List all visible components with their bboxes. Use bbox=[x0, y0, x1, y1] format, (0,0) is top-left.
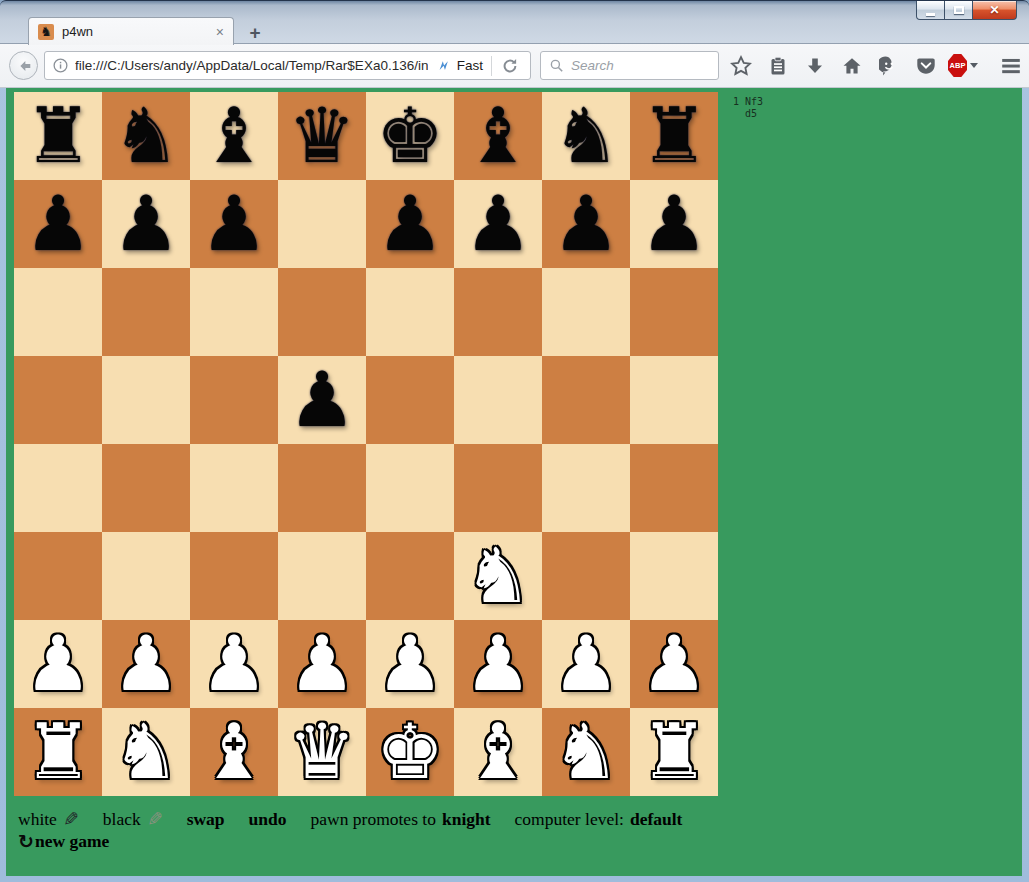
square-a3[interactable] bbox=[14, 532, 102, 620]
square-a2[interactable]: ♟ bbox=[14, 620, 102, 708]
square-c1[interactable]: ♝ bbox=[190, 708, 278, 796]
piece-black-pawn: ♟ bbox=[630, 180, 718, 268]
chess-board: ♜♞♝♛♚♝♞♜♟♟♟♟♟♟♟♟♞♟♟♟♟♟♟♟♟♜♞♝♛♚♝♞♜ bbox=[14, 92, 718, 796]
bookmark-star-button[interactable] bbox=[726, 51, 756, 81]
search-input[interactable] bbox=[571, 58, 710, 73]
square-h8[interactable]: ♜ bbox=[630, 92, 718, 180]
nav-toolbar: Fast ABP bbox=[0, 44, 1029, 88]
square-a7[interactable]: ♟ bbox=[14, 180, 102, 268]
piece-white-bishop: ♝ bbox=[190, 708, 278, 796]
piece-black-pawn: ♟ bbox=[102, 180, 190, 268]
white-label: white bbox=[18, 808, 57, 830]
square-d2[interactable]: ♟ bbox=[278, 620, 366, 708]
back-button[interactable] bbox=[9, 51, 38, 80]
square-f6[interactable] bbox=[454, 268, 542, 356]
fast-button[interactable]: Fast bbox=[428, 58, 491, 74]
square-c7[interactable]: ♟ bbox=[190, 180, 278, 268]
black-player-toggle-icon[interactable]: ✎ bbox=[147, 810, 163, 829]
square-d1[interactable]: ♛ bbox=[278, 708, 366, 796]
square-f2[interactable]: ♟ bbox=[454, 620, 542, 708]
piece-white-knight: ♞ bbox=[454, 532, 542, 620]
hamburger-icon bbox=[1000, 55, 1022, 77]
reload-icon bbox=[501, 57, 519, 75]
piece-black-king: ♚ bbox=[366, 92, 454, 180]
close-button[interactable]: ✕ bbox=[973, 1, 1017, 20]
square-d4[interactable] bbox=[278, 444, 366, 532]
close-icon: ✕ bbox=[989, 3, 999, 17]
download-arrow-icon bbox=[805, 56, 825, 76]
game-controls: white ✎ black ✎ swap undo pawn promotes … bbox=[18, 808, 682, 852]
square-g4[interactable] bbox=[542, 444, 630, 532]
square-d3[interactable] bbox=[278, 532, 366, 620]
tab-title: p4wn bbox=[62, 24, 208, 39]
square-f1[interactable]: ♝ bbox=[454, 708, 542, 796]
lightning-icon bbox=[436, 58, 452, 74]
square-b5[interactable] bbox=[102, 356, 190, 444]
square-b7[interactable]: ♟ bbox=[102, 180, 190, 268]
square-f4[interactable] bbox=[454, 444, 542, 532]
restart-icon[interactable]: ↻ bbox=[18, 830, 34, 852]
square-g8[interactable]: ♞ bbox=[542, 92, 630, 180]
downloads-button[interactable] bbox=[800, 51, 830, 81]
pocket-button[interactable] bbox=[911, 51, 941, 81]
square-f8[interactable]: ♝ bbox=[454, 92, 542, 180]
piece-white-knight: ♞ bbox=[102, 708, 190, 796]
square-a5[interactable] bbox=[14, 356, 102, 444]
square-h3[interactable] bbox=[630, 532, 718, 620]
feedback-button[interactable] bbox=[874, 51, 904, 81]
tab-close-icon[interactable]: × bbox=[216, 25, 224, 39]
white-player-toggle-icon[interactable]: ✎ bbox=[63, 810, 79, 829]
square-g2[interactable]: ♟ bbox=[542, 620, 630, 708]
clipboard-icon bbox=[768, 56, 788, 76]
piece-black-pawn: ♟ bbox=[14, 180, 102, 268]
square-d6[interactable] bbox=[278, 268, 366, 356]
piece-black-rook: ♜ bbox=[14, 92, 102, 180]
square-c8[interactable]: ♝ bbox=[190, 92, 278, 180]
piece-white-rook: ♜ bbox=[630, 708, 718, 796]
square-e6[interactable] bbox=[366, 268, 454, 356]
piece-black-pawn: ♟ bbox=[366, 180, 454, 268]
square-a4[interactable] bbox=[14, 444, 102, 532]
promote-label: pawn promotes to bbox=[311, 808, 436, 830]
chevron-down-icon bbox=[970, 63, 978, 68]
search-icon bbox=[549, 58, 565, 74]
swap-button[interactable]: swap bbox=[187, 808, 225, 830]
piece-white-pawn: ♟ bbox=[102, 620, 190, 708]
square-a1[interactable]: ♜ bbox=[14, 708, 102, 796]
fast-label: Fast bbox=[457, 58, 483, 73]
piece-white-knight: ♞ bbox=[542, 708, 630, 796]
bookmarks-menu-button[interactable] bbox=[763, 51, 793, 81]
square-b4[interactable] bbox=[102, 444, 190, 532]
square-g3[interactable] bbox=[542, 532, 630, 620]
window-controls: ✕ bbox=[916, 1, 1017, 20]
square-b3[interactable] bbox=[102, 532, 190, 620]
smiley-bubble-icon bbox=[879, 56, 899, 76]
level-value-button[interactable]: default bbox=[630, 808, 683, 830]
square-c2[interactable]: ♟ bbox=[190, 620, 278, 708]
minimize-button[interactable] bbox=[916, 1, 945, 20]
square-d5[interactable]: ♟ bbox=[278, 356, 366, 444]
url-input[interactable] bbox=[75, 58, 428, 73]
page-content: ♜♞♝♛♚♝♞♜♟♟♟♟♟♟♟♟♞♟♟♟♟♟♟♟♟♜♞♝♛♚♝♞♜ 1 Nf3 … bbox=[6, 88, 1022, 876]
piece-white-pawn: ♟ bbox=[190, 620, 278, 708]
controls-row-2: ↻ new game bbox=[18, 830, 682, 852]
piece-white-pawn: ♟ bbox=[454, 620, 542, 708]
square-c6[interactable] bbox=[190, 268, 278, 356]
square-b8[interactable]: ♞ bbox=[102, 92, 190, 180]
square-g7[interactable]: ♟ bbox=[542, 180, 630, 268]
piece-white-pawn: ♟ bbox=[278, 620, 366, 708]
title-bar: ♞ p4wn × + ✕ bbox=[0, 0, 1029, 44]
new-game-button[interactable]: new game bbox=[35, 830, 109, 852]
undo-button[interactable]: undo bbox=[249, 808, 287, 830]
reload-button[interactable] bbox=[492, 57, 523, 75]
star-icon bbox=[730, 55, 752, 77]
square-f5[interactable] bbox=[454, 356, 542, 444]
square-h5[interactable] bbox=[630, 356, 718, 444]
square-g6[interactable] bbox=[542, 268, 630, 356]
square-h1[interactable]: ♜ bbox=[630, 708, 718, 796]
piece-black-bishop: ♝ bbox=[454, 92, 542, 180]
square-c3[interactable] bbox=[190, 532, 278, 620]
square-h7[interactable]: ♟ bbox=[630, 180, 718, 268]
piece-black-pawn: ♟ bbox=[190, 180, 278, 268]
menu-button[interactable] bbox=[996, 51, 1026, 81]
maximize-button[interactable] bbox=[945, 1, 973, 20]
square-a8[interactable]: ♜ bbox=[14, 92, 102, 180]
square-g1[interactable]: ♞ bbox=[542, 708, 630, 796]
home-icon bbox=[842, 56, 862, 76]
square-h4[interactable] bbox=[630, 444, 718, 532]
square-e4[interactable] bbox=[366, 444, 454, 532]
piece-white-queen: ♛ bbox=[278, 708, 366, 796]
square-h2[interactable]: ♟ bbox=[630, 620, 718, 708]
info-icon bbox=[52, 57, 69, 74]
square-g5[interactable] bbox=[542, 356, 630, 444]
piece-white-rook: ♜ bbox=[14, 708, 102, 796]
piece-black-bishop: ♝ bbox=[190, 92, 278, 180]
back-arrow-icon bbox=[15, 57, 33, 75]
favicon-icon: ♞ bbox=[38, 24, 54, 40]
square-e7[interactable]: ♟ bbox=[366, 180, 454, 268]
maximize-icon bbox=[954, 6, 964, 14]
controls-row-1: white ✎ black ✎ swap undo pawn promotes … bbox=[18, 808, 682, 830]
piece-black-pawn: ♟ bbox=[454, 180, 542, 268]
square-h6[interactable] bbox=[630, 268, 718, 356]
square-e3[interactable] bbox=[366, 532, 454, 620]
square-a6[interactable] bbox=[14, 268, 102, 356]
home-button[interactable] bbox=[837, 51, 867, 81]
piece-white-pawn: ♟ bbox=[366, 620, 454, 708]
square-f7[interactable]: ♟ bbox=[454, 180, 542, 268]
piece-black-knight: ♞ bbox=[542, 92, 630, 180]
black-label: black bbox=[103, 808, 141, 830]
piece-white-pawn: ♟ bbox=[630, 620, 718, 708]
piece-black-pawn: ♟ bbox=[278, 356, 366, 444]
url-bar[interactable]: Fast bbox=[44, 51, 531, 80]
square-e5[interactable] bbox=[366, 356, 454, 444]
square-b1[interactable]: ♞ bbox=[102, 708, 190, 796]
promote-value-button[interactable]: knight bbox=[442, 808, 491, 830]
abp-icon: ABP bbox=[948, 54, 967, 77]
adblock-button[interactable]: ABP bbox=[948, 51, 978, 81]
search-bar[interactable] bbox=[540, 51, 719, 80]
piece-black-queen: ♛ bbox=[278, 92, 366, 180]
piece-black-pawn: ♟ bbox=[542, 180, 630, 268]
square-b6[interactable] bbox=[102, 268, 190, 356]
square-d7[interactable] bbox=[278, 180, 366, 268]
square-c5[interactable] bbox=[190, 356, 278, 444]
piece-black-rook: ♜ bbox=[630, 92, 718, 180]
square-e8[interactable]: ♚ bbox=[366, 92, 454, 180]
square-b2[interactable]: ♟ bbox=[102, 620, 190, 708]
browser-tab[interactable]: ♞ p4wn × bbox=[28, 17, 234, 45]
square-e2[interactable]: ♟ bbox=[366, 620, 454, 708]
minimize-icon bbox=[926, 13, 935, 16]
piece-white-bishop: ♝ bbox=[454, 708, 542, 796]
level-label: computer level: bbox=[515, 808, 624, 830]
square-e1[interactable]: ♚ bbox=[366, 708, 454, 796]
new-tab-button[interactable]: + bbox=[242, 20, 268, 45]
piece-black-knight: ♞ bbox=[102, 92, 190, 180]
square-c4[interactable] bbox=[190, 444, 278, 532]
piece-white-pawn: ♟ bbox=[14, 620, 102, 708]
square-f3[interactable]: ♞ bbox=[454, 532, 542, 620]
piece-white-pawn: ♟ bbox=[542, 620, 630, 708]
square-d8[interactable]: ♛ bbox=[278, 92, 366, 180]
piece-white-king: ♚ bbox=[366, 708, 454, 796]
pocket-icon bbox=[916, 56, 936, 76]
move-list: 1 Nf3 d5 bbox=[733, 96, 763, 120]
